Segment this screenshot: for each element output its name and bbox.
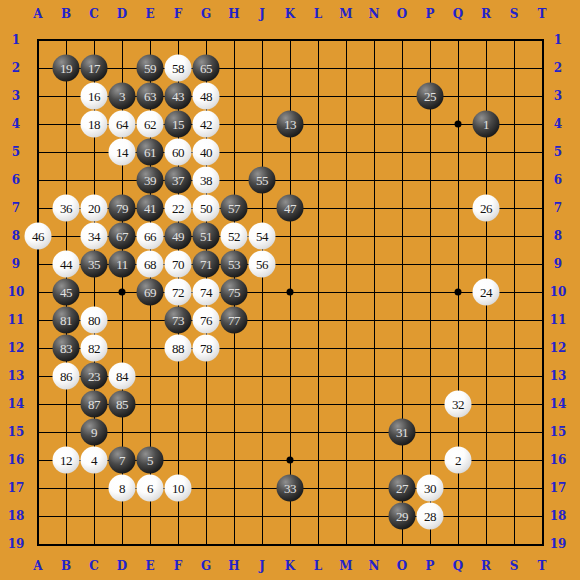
- move-number: 8: [119, 482, 125, 495]
- move-number: 56: [256, 258, 268, 271]
- row-label-left: 16: [8, 454, 25, 466]
- col-label-bottom: A: [33, 560, 42, 572]
- move-number: 63: [144, 90, 156, 103]
- stone-white-4: 4: [81, 447, 108, 474]
- move-number: 70: [172, 258, 184, 271]
- row-label-left: 4: [12, 118, 20, 130]
- stone-white-42: 42: [193, 111, 220, 138]
- col-label-top: K: [285, 8, 295, 20]
- col-label-top: P: [425, 8, 434, 20]
- col-label-top: A: [33, 8, 42, 20]
- move-number: 44: [60, 258, 72, 271]
- col-label-bottom: S: [510, 560, 519, 572]
- move-number: 79: [116, 202, 128, 215]
- col-label-top: Q: [453, 8, 463, 20]
- row-label-right: 1: [554, 34, 562, 46]
- row-label-left: 13: [8, 370, 25, 382]
- move-number: 77: [228, 314, 240, 327]
- stone-white-56: 56: [249, 251, 276, 278]
- move-number: 55: [256, 174, 268, 187]
- col-label-bottom: F: [174, 560, 183, 572]
- stone-white-68: 68: [137, 251, 164, 278]
- stone-white-80: 80: [81, 307, 108, 334]
- move-number: 72: [172, 286, 184, 299]
- stone-white-2: 2: [445, 447, 472, 474]
- move-number: 39: [144, 174, 156, 187]
- col-label-top: M: [339, 8, 352, 20]
- star-point: [287, 457, 294, 464]
- row-label-right: 3: [554, 90, 562, 102]
- col-label-top: T: [538, 8, 547, 20]
- move-number: 75: [228, 286, 240, 299]
- move-number: 69: [144, 286, 156, 299]
- stone-white-88: 88: [165, 335, 192, 362]
- stone-black-35: 35: [81, 251, 108, 278]
- stone-black-33: 33: [277, 475, 304, 502]
- stone-black-51: 51: [193, 223, 220, 250]
- col-label-top: F: [174, 8, 183, 20]
- move-number: 60: [172, 146, 184, 159]
- row-label-right: 12: [550, 342, 567, 354]
- move-number: 54: [256, 230, 268, 243]
- col-label-top: B: [61, 8, 71, 20]
- col-label-bottom: K: [285, 560, 295, 572]
- stone-white-40: 40: [193, 139, 220, 166]
- stone-white-32: 32: [445, 391, 472, 418]
- move-number: 86: [60, 370, 72, 383]
- row-label-right: 16: [550, 454, 567, 466]
- col-label-top: J: [259, 8, 265, 20]
- move-number: 84: [116, 370, 128, 383]
- stone-white-14: 14: [109, 139, 136, 166]
- move-number: 71: [200, 258, 212, 271]
- stone-black-39: 39: [137, 167, 164, 194]
- move-number: 85: [116, 398, 128, 411]
- row-label-left: 3: [12, 90, 20, 102]
- row-label-right: 18: [550, 510, 567, 522]
- move-number: 59: [144, 62, 156, 75]
- move-number: 74: [200, 286, 212, 299]
- move-number: 28: [424, 510, 436, 523]
- col-label-bottom: Q: [453, 560, 463, 572]
- move-number: 45: [60, 286, 72, 299]
- col-label-top: S: [510, 8, 519, 20]
- move-number: 1: [483, 118, 489, 131]
- row-label-left: 9: [12, 258, 20, 270]
- stone-white-16: 16: [81, 83, 108, 110]
- move-number: 25: [424, 90, 436, 103]
- move-number: 33: [284, 482, 296, 495]
- move-number: 34: [88, 230, 100, 243]
- stone-white-28: 28: [417, 503, 444, 530]
- stone-white-48: 48: [193, 83, 220, 110]
- stone-black-81: 81: [53, 307, 80, 334]
- col-label-bottom: J: [259, 560, 265, 572]
- stone-white-18: 18: [81, 111, 108, 138]
- move-number: 35: [88, 258, 100, 271]
- move-number: 51: [200, 230, 212, 243]
- stone-black-49: 49: [165, 223, 192, 250]
- stone-black-55: 55: [249, 167, 276, 194]
- move-number: 37: [172, 174, 184, 187]
- move-number: 23: [88, 370, 100, 383]
- stone-white-82: 82: [81, 335, 108, 362]
- row-label-right: 6: [554, 174, 562, 186]
- stone-black-13: 13: [277, 111, 304, 138]
- col-label-top: G: [201, 8, 211, 20]
- move-number: 6: [147, 482, 153, 495]
- move-number: 32: [452, 398, 464, 411]
- move-number: 20: [88, 202, 100, 215]
- stone-black-85: 85: [109, 391, 136, 418]
- move-number: 64: [116, 118, 128, 131]
- stone-black-7: 7: [109, 447, 136, 474]
- col-label-bottom: L: [314, 560, 322, 572]
- stone-black-77: 77: [221, 307, 248, 334]
- col-label-bottom: N: [369, 560, 380, 572]
- col-label-bottom: P: [425, 560, 434, 572]
- stone-white-66: 66: [137, 223, 164, 250]
- stone-black-47: 47: [277, 195, 304, 222]
- move-number: 42: [200, 118, 212, 131]
- row-label-right: 14: [550, 398, 567, 410]
- stone-black-63: 63: [137, 83, 164, 110]
- stone-white-54: 54: [249, 223, 276, 250]
- move-number: 43: [172, 90, 184, 103]
- row-label-right: 8: [554, 230, 562, 242]
- stone-black-57: 57: [221, 195, 248, 222]
- row-label-right: 13: [550, 370, 567, 382]
- stone-white-22: 22: [165, 195, 192, 222]
- move-number: 61: [144, 146, 156, 159]
- move-number: 22: [172, 202, 184, 215]
- stone-black-45: 45: [53, 279, 80, 306]
- row-label-right: 17: [550, 482, 567, 494]
- row-label-left: 12: [8, 342, 25, 354]
- stone-black-3: 3: [109, 83, 136, 110]
- move-number: 80: [88, 314, 100, 327]
- stone-white-8: 8: [109, 475, 136, 502]
- stone-white-10: 10: [165, 475, 192, 502]
- col-label-bottom: R: [481, 560, 491, 572]
- row-label-left: 6: [12, 174, 20, 186]
- move-number: 40: [200, 146, 212, 159]
- stone-black-9: 9: [81, 419, 108, 446]
- stone-white-24: 24: [473, 279, 500, 306]
- move-number: 53: [228, 258, 240, 271]
- stone-black-41: 41: [137, 195, 164, 222]
- stone-black-31: 31: [389, 419, 416, 446]
- go-board[interactable]: AABBCCDDEEFFGGHHJJKKLLMMNNOOPPQQRRSSTT11…: [0, 0, 580, 580]
- stone-black-69: 69: [137, 279, 164, 306]
- stone-black-37: 37: [165, 167, 192, 194]
- stone-black-17: 17: [81, 55, 108, 82]
- row-label-left: 11: [8, 314, 25, 326]
- col-label-bottom: T: [538, 560, 547, 572]
- col-label-bottom: H: [228, 560, 239, 572]
- stone-white-70: 70: [165, 251, 192, 278]
- stone-white-6: 6: [137, 475, 164, 502]
- stone-black-5: 5: [137, 447, 164, 474]
- move-number: 36: [60, 202, 72, 215]
- row-label-left: 5: [12, 146, 20, 158]
- move-number: 19: [60, 62, 72, 75]
- move-number: 30: [424, 482, 436, 495]
- row-label-right: 15: [550, 426, 567, 438]
- col-label-bottom: C: [89, 560, 99, 572]
- stone-black-73: 73: [165, 307, 192, 334]
- stone-white-60: 60: [165, 139, 192, 166]
- stone-black-11: 11: [109, 251, 136, 278]
- stone-black-59: 59: [137, 55, 164, 82]
- row-label-left: 14: [8, 398, 25, 410]
- move-number: 58: [172, 62, 184, 75]
- move-number: 29: [396, 510, 408, 523]
- col-label-bottom: B: [61, 560, 71, 572]
- row-label-left: 8: [12, 230, 20, 242]
- star-point: [455, 121, 462, 128]
- move-number: 83: [60, 342, 72, 355]
- row-label-left: 10: [8, 286, 25, 298]
- move-number: 47: [284, 202, 296, 215]
- stone-white-34: 34: [81, 223, 108, 250]
- move-number: 15: [172, 118, 184, 131]
- stone-white-26: 26: [473, 195, 500, 222]
- move-number: 17: [88, 62, 100, 75]
- row-label-left: 15: [8, 426, 25, 438]
- move-number: 10: [172, 482, 184, 495]
- row-label-right: 10: [550, 286, 567, 298]
- stone-white-86: 86: [53, 363, 80, 390]
- stone-white-30: 30: [417, 475, 444, 502]
- col-label-top: N: [369, 8, 380, 20]
- row-label-left: 19: [8, 538, 25, 550]
- move-number: 24: [480, 286, 492, 299]
- stone-white-36: 36: [53, 195, 80, 222]
- stone-black-23: 23: [81, 363, 108, 390]
- move-number: 65: [200, 62, 212, 75]
- col-label-top: E: [145, 8, 154, 20]
- stone-white-78: 78: [193, 335, 220, 362]
- stone-black-19: 19: [53, 55, 80, 82]
- move-number: 11: [116, 258, 128, 271]
- row-label-left: 17: [8, 482, 25, 494]
- stone-black-1: 1: [473, 111, 500, 138]
- row-label-right: 7: [554, 202, 562, 214]
- stone-white-74: 74: [193, 279, 220, 306]
- row-label-left: 1: [12, 34, 20, 46]
- move-number: 2: [455, 454, 461, 467]
- row-label-right: 4: [554, 118, 562, 130]
- move-number: 38: [200, 174, 212, 187]
- move-number: 49: [172, 230, 184, 243]
- row-label-right: 11: [550, 314, 567, 326]
- star-point: [455, 289, 462, 296]
- stone-black-71: 71: [193, 251, 220, 278]
- move-number: 18: [88, 118, 100, 131]
- row-label-left: 7: [12, 202, 20, 214]
- move-number: 82: [88, 342, 100, 355]
- row-label-right: 5: [554, 146, 562, 158]
- move-number: 87: [88, 398, 100, 411]
- move-number: 9: [91, 426, 97, 439]
- move-number: 16: [88, 90, 100, 103]
- move-number: 73: [172, 314, 184, 327]
- stone-white-84: 84: [109, 363, 136, 390]
- stone-white-76: 76: [193, 307, 220, 334]
- move-number: 48: [200, 90, 212, 103]
- move-number: 7: [119, 454, 125, 467]
- move-number: 27: [396, 482, 408, 495]
- move-number: 26: [480, 202, 492, 215]
- col-label-top: D: [117, 8, 127, 20]
- stone-white-52: 52: [221, 223, 248, 250]
- move-number: 4: [91, 454, 97, 467]
- stone-black-83: 83: [53, 335, 80, 362]
- row-label-right: 2: [554, 62, 562, 74]
- col-label-bottom: D: [117, 560, 127, 572]
- stone-black-43: 43: [165, 83, 192, 110]
- stone-black-87: 87: [81, 391, 108, 418]
- stone-white-12: 12: [53, 447, 80, 474]
- stone-white-62: 62: [137, 111, 164, 138]
- col-label-bottom: G: [201, 560, 211, 572]
- move-number: 46: [32, 230, 44, 243]
- stone-white-64: 64: [109, 111, 136, 138]
- stone-white-38: 38: [193, 167, 220, 194]
- move-number: 31: [396, 426, 408, 439]
- row-label-left: 18: [8, 510, 25, 522]
- move-number: 5: [147, 454, 153, 467]
- col-label-bottom: E: [145, 560, 154, 572]
- row-label-left: 2: [12, 62, 20, 74]
- stone-black-15: 15: [165, 111, 192, 138]
- stone-black-61: 61: [137, 139, 164, 166]
- col-label-top: O: [397, 8, 407, 20]
- move-number: 13: [284, 118, 296, 131]
- move-number: 14: [116, 146, 128, 159]
- stone-black-79: 79: [109, 195, 136, 222]
- star-point: [119, 289, 126, 296]
- move-number: 88: [172, 342, 184, 355]
- col-label-bottom: M: [339, 560, 352, 572]
- col-label-top: H: [228, 8, 239, 20]
- stone-white-58: 58: [165, 55, 192, 82]
- col-label-top: R: [481, 8, 491, 20]
- col-label-top: L: [314, 8, 322, 20]
- stone-white-46: 46: [25, 223, 52, 250]
- stone-black-65: 65: [193, 55, 220, 82]
- stone-white-20: 20: [81, 195, 108, 222]
- stone-black-27: 27: [389, 475, 416, 502]
- move-number: 81: [60, 314, 72, 327]
- row-label-right: 19: [550, 538, 567, 550]
- move-number: 3: [119, 90, 125, 103]
- stone-black-29: 29: [389, 503, 416, 530]
- move-number: 52: [228, 230, 240, 243]
- col-label-top: C: [89, 8, 99, 20]
- move-number: 78: [200, 342, 212, 355]
- stone-black-75: 75: [221, 279, 248, 306]
- stone-black-67: 67: [109, 223, 136, 250]
- move-number: 12: [60, 454, 72, 467]
- move-number: 68: [144, 258, 156, 271]
- stone-black-53: 53: [221, 251, 248, 278]
- move-number: 57: [228, 202, 240, 215]
- star-point: [287, 289, 294, 296]
- move-number: 41: [144, 202, 156, 215]
- move-number: 50: [200, 202, 212, 215]
- move-number: 62: [144, 118, 156, 131]
- move-number: 76: [200, 314, 212, 327]
- stone-white-50: 50: [193, 195, 220, 222]
- move-number: 67: [116, 230, 128, 243]
- move-number: 66: [144, 230, 156, 243]
- stone-white-44: 44: [53, 251, 80, 278]
- stone-white-72: 72: [165, 279, 192, 306]
- col-label-bottom: O: [397, 560, 407, 572]
- row-label-right: 9: [554, 258, 562, 270]
- stone-black-25: 25: [417, 83, 444, 110]
